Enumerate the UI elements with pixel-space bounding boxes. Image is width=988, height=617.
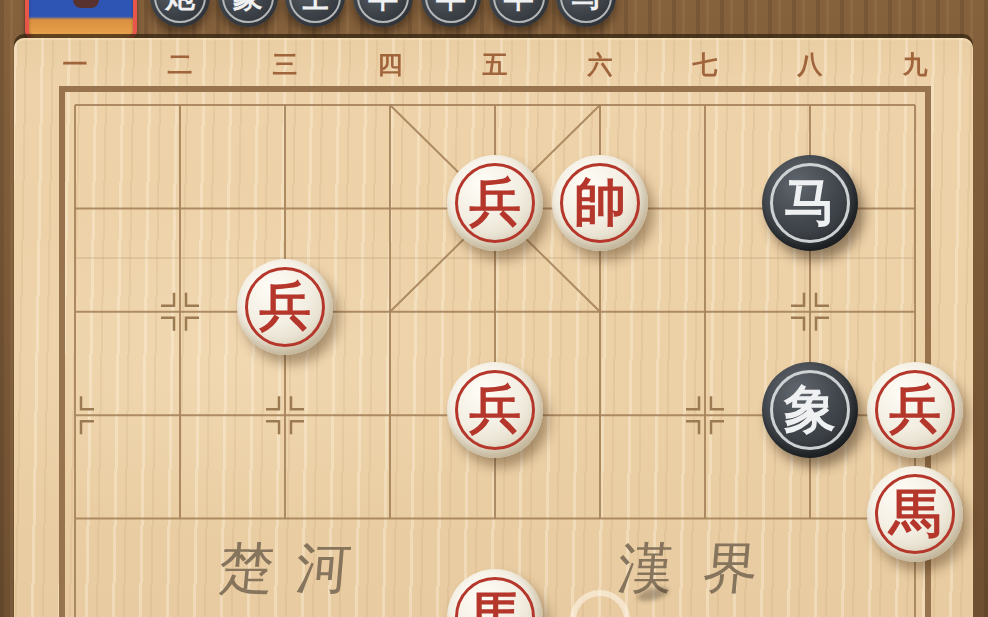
piece-glyph: 象 <box>784 383 836 435</box>
piece-red-horse[interactable]: 馬 <box>867 466 963 562</box>
piece-red-soldier[interactable]: 兵 <box>867 362 963 458</box>
piece-red-soldier[interactable]: 兵 <box>447 155 543 251</box>
river-text-chuhe: 楚河 <box>217 541 376 596</box>
piece-red-soldier[interactable]: 兵 <box>447 362 543 458</box>
piece-red-general[interactable]: 帥 <box>552 155 648 251</box>
piece-glyph: 帥 <box>574 176 626 228</box>
piece-glyph: 兵 <box>889 383 941 435</box>
app-background: 炮象士卒卒卒马 一二三四五六七八九 楚河 漢界 兵帥马兵兵象兵馬馬 <box>0 0 988 617</box>
piece-glyph: 馬 <box>889 487 941 539</box>
piece-glyph: 兵 <box>469 383 521 435</box>
piece-black-horse[interactable]: 马 <box>762 155 858 251</box>
piece-glyph: 馬 <box>469 590 521 617</box>
piece-red-soldier[interactable]: 兵 <box>237 259 333 355</box>
piece-glyph: 兵 <box>259 280 311 332</box>
piece-glyph: 兵 <box>469 176 521 228</box>
board-grid <box>0 0 988 617</box>
piece-glyph: 马 <box>784 176 836 228</box>
piece-black-elephant[interactable]: 象 <box>762 362 858 458</box>
river-text-hanjie: 漢界 <box>616 541 791 596</box>
